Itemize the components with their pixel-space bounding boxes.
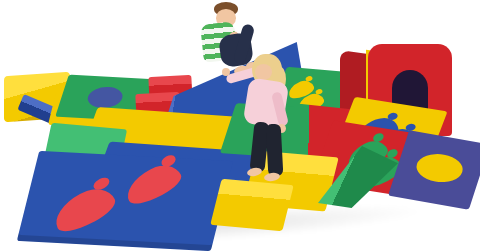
mat-with-red-footprints bbox=[17, 151, 233, 251]
girl-leg-right bbox=[266, 124, 284, 177]
girl-foot-left bbox=[246, 167, 262, 177]
girl bbox=[218, 52, 310, 184]
yellow-circle bbox=[413, 151, 467, 186]
step-lower bbox=[210, 179, 293, 231]
blue-circle bbox=[85, 86, 126, 109]
girl-foot-right bbox=[264, 172, 281, 182]
product-photo bbox=[0, 0, 480, 252]
girl-raised-hand bbox=[222, 68, 230, 76]
